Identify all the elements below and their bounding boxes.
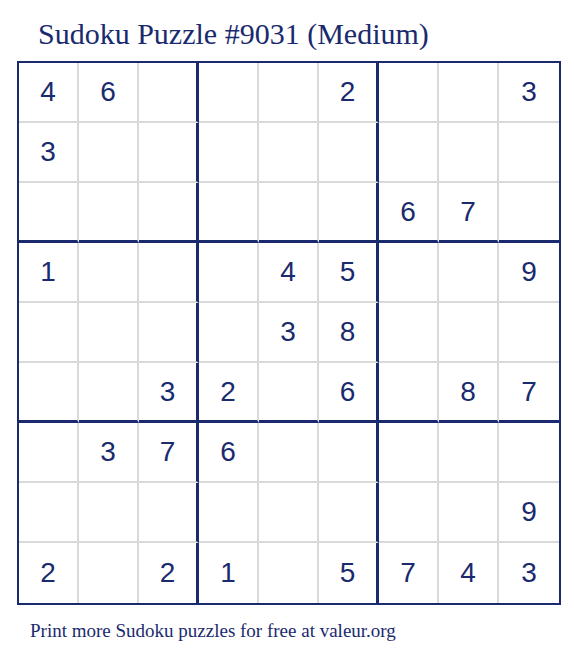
sudoku-cell-r9c1: 2 bbox=[19, 543, 79, 603]
sudoku-cell-r7c5 bbox=[259, 423, 319, 483]
page-title: Sudoku Puzzle #9031 (Medium) bbox=[38, 16, 574, 52]
sudoku-cell-r6c6: 6 bbox=[319, 363, 379, 423]
sudoku-cell-r9c7: 7 bbox=[379, 543, 439, 603]
sudoku-cell-r6c3: 3 bbox=[139, 363, 199, 423]
sudoku-cell-r7c1 bbox=[19, 423, 79, 483]
sudoku-cell-r3c3 bbox=[139, 183, 199, 243]
sudoku-cell-r8c8 bbox=[439, 483, 499, 543]
sudoku-cell-r2c2 bbox=[79, 123, 139, 183]
sudoku-cell-r1c7 bbox=[379, 63, 439, 123]
sudoku-cell-r1c4 bbox=[199, 63, 259, 123]
sudoku-cell-r2c3 bbox=[139, 123, 199, 183]
sudoku-cell-r1c6: 2 bbox=[319, 63, 379, 123]
sudoku-cell-r2c1: 3 bbox=[19, 123, 79, 183]
sudoku-cell-r5c7 bbox=[379, 303, 439, 363]
sudoku-cell-r9c3: 2 bbox=[139, 543, 199, 603]
sudoku-cell-r8c4 bbox=[199, 483, 259, 543]
sudoku-cell-r6c7 bbox=[379, 363, 439, 423]
sudoku-cell-r7c3: 7 bbox=[139, 423, 199, 483]
sudoku-cell-r9c4: 1 bbox=[199, 543, 259, 603]
sudoku-board: 46233671459383268737692215743 bbox=[17, 61, 561, 605]
sudoku-cell-r4c5: 4 bbox=[259, 243, 319, 303]
sudoku-cell-r3c8: 7 bbox=[439, 183, 499, 243]
sudoku-cell-r7c7 bbox=[379, 423, 439, 483]
sudoku-cell-r4c9: 9 bbox=[499, 243, 559, 303]
footer-text: Print more Sudoku puzzles for free at va… bbox=[30, 620, 574, 642]
sudoku-cell-r8c1 bbox=[19, 483, 79, 543]
sudoku-cell-r3c1 bbox=[19, 183, 79, 243]
sudoku-cell-r8c3 bbox=[139, 483, 199, 543]
sudoku-cell-r4c7 bbox=[379, 243, 439, 303]
sudoku-cell-r5c1 bbox=[19, 303, 79, 363]
sudoku-cell-r3c6 bbox=[319, 183, 379, 243]
sudoku-cell-r1c3 bbox=[139, 63, 199, 123]
sudoku-cell-r1c1: 4 bbox=[19, 63, 79, 123]
sudoku-cell-r5c6: 8 bbox=[319, 303, 379, 363]
sudoku-cell-r8c9: 9 bbox=[499, 483, 559, 543]
sudoku-cell-r7c9 bbox=[499, 423, 559, 483]
sudoku-cell-r1c5 bbox=[259, 63, 319, 123]
sudoku-cell-r9c8: 4 bbox=[439, 543, 499, 603]
sudoku-cell-r2c7 bbox=[379, 123, 439, 183]
sudoku-cell-r3c9 bbox=[499, 183, 559, 243]
sudoku-cell-r9c9: 3 bbox=[499, 543, 559, 603]
sudoku-cell-r6c9: 7 bbox=[499, 363, 559, 423]
sudoku-cell-r6c8: 8 bbox=[439, 363, 499, 423]
sudoku-cell-r7c4: 6 bbox=[199, 423, 259, 483]
sudoku-cell-r2c4 bbox=[199, 123, 259, 183]
sudoku-cell-r3c2 bbox=[79, 183, 139, 243]
sudoku-cell-r1c2: 6 bbox=[79, 63, 139, 123]
sudoku-cell-r9c5 bbox=[259, 543, 319, 603]
sudoku-cell-r4c8 bbox=[439, 243, 499, 303]
sudoku-cell-r2c6 bbox=[319, 123, 379, 183]
sudoku-cell-r7c6 bbox=[319, 423, 379, 483]
sudoku-cell-r7c8 bbox=[439, 423, 499, 483]
sudoku-cell-r5c5: 3 bbox=[259, 303, 319, 363]
sudoku-cell-r5c4 bbox=[199, 303, 259, 363]
sudoku-cell-r5c2 bbox=[79, 303, 139, 363]
sudoku-cell-r6c4: 2 bbox=[199, 363, 259, 423]
sudoku-cell-r8c5 bbox=[259, 483, 319, 543]
sudoku-cell-r8c2 bbox=[79, 483, 139, 543]
sudoku-cell-r1c9: 3 bbox=[499, 63, 559, 123]
sudoku-cell-r9c6: 5 bbox=[319, 543, 379, 603]
sudoku-cell-r3c7: 6 bbox=[379, 183, 439, 243]
sudoku-cell-r8c7 bbox=[379, 483, 439, 543]
sudoku-cell-r5c9 bbox=[499, 303, 559, 363]
sudoku-cell-r3c5 bbox=[259, 183, 319, 243]
sudoku-cell-r2c5 bbox=[259, 123, 319, 183]
sudoku-cell-r2c9 bbox=[499, 123, 559, 183]
sudoku-cell-r4c3 bbox=[139, 243, 199, 303]
sudoku-cell-r6c1 bbox=[19, 363, 79, 423]
sudoku-cell-r7c2: 3 bbox=[79, 423, 139, 483]
sudoku-cell-r5c3 bbox=[139, 303, 199, 363]
sudoku-cell-r5c8 bbox=[439, 303, 499, 363]
sudoku-cell-r3c4 bbox=[199, 183, 259, 243]
sudoku-cell-r4c1: 1 bbox=[19, 243, 79, 303]
sudoku-cell-r4c2 bbox=[79, 243, 139, 303]
sudoku-cell-r1c8 bbox=[439, 63, 499, 123]
sudoku-cell-r4c4 bbox=[199, 243, 259, 303]
sudoku-cell-r2c8 bbox=[439, 123, 499, 183]
sudoku-cell-r8c6 bbox=[319, 483, 379, 543]
sudoku-cell-r6c2 bbox=[79, 363, 139, 423]
sudoku-cell-r6c5 bbox=[259, 363, 319, 423]
sudoku-cell-r4c6: 5 bbox=[319, 243, 379, 303]
sudoku-cell-r9c2 bbox=[79, 543, 139, 603]
